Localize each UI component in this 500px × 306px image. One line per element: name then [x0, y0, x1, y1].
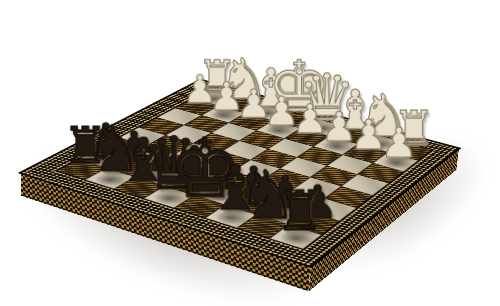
- white-pawn: ♟: [380, 123, 417, 162]
- square-a8: ♜: [270, 225, 322, 249]
- black-rook: ♜: [275, 185, 325, 237]
- square-a3: [357, 163, 403, 183]
- square-a2: ♟: [373, 152, 418, 172]
- product-photo-stage: ♜♟♟♜♞♟♟♞♝♟♟♝♛♟♟♚♚♟♟♛♝♟♟♝♞♟♟♞♜♟♟♜: [0, 0, 500, 306]
